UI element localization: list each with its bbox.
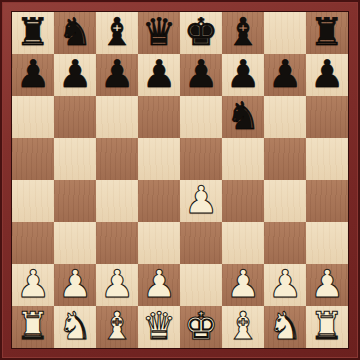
square-h6[interactable]: [306, 96, 348, 138]
piece-black-knight[interactable]: ♞: [58, 13, 92, 51]
square-c7[interactable]: ♟: [96, 54, 138, 96]
square-g4[interactable]: [264, 180, 306, 222]
square-a5[interactable]: [12, 138, 54, 180]
piece-black-pawn[interactable]: ♟: [310, 55, 344, 93]
piece-black-knight[interactable]: ♞: [226, 97, 260, 135]
square-e5[interactable]: [180, 138, 222, 180]
piece-white-pawn[interactable]: ♟: [310, 265, 344, 303]
piece-white-pawn[interactable]: ♟: [142, 265, 176, 303]
square-b4[interactable]: [54, 180, 96, 222]
square-h5[interactable]: [306, 138, 348, 180]
square-g7[interactable]: ♟: [264, 54, 306, 96]
square-c3[interactable]: [96, 222, 138, 264]
square-f6[interactable]: ♞: [222, 96, 264, 138]
square-c1[interactable]: ♝: [96, 306, 138, 348]
square-g8[interactable]: [264, 12, 306, 54]
square-b7[interactable]: ♟: [54, 54, 96, 96]
square-a4[interactable]: [12, 180, 54, 222]
square-b6[interactable]: [54, 96, 96, 138]
piece-white-bishop[interactable]: ♝: [100, 307, 134, 345]
square-h4[interactable]: [306, 180, 348, 222]
piece-white-pawn[interactable]: ♟: [16, 265, 50, 303]
square-h1[interactable]: ♜: [306, 306, 348, 348]
piece-white-pawn[interactable]: ♟: [58, 265, 92, 303]
square-g2[interactable]: ♟: [264, 264, 306, 306]
square-f5[interactable]: [222, 138, 264, 180]
square-e3[interactable]: [180, 222, 222, 264]
square-h2[interactable]: ♟: [306, 264, 348, 306]
square-g5[interactable]: [264, 138, 306, 180]
square-e4[interactable]: ♟: [180, 180, 222, 222]
square-d7[interactable]: ♟: [138, 54, 180, 96]
square-b1[interactable]: ♞: [54, 306, 96, 348]
square-c6[interactable]: [96, 96, 138, 138]
square-a3[interactable]: [12, 222, 54, 264]
piece-white-pawn[interactable]: ♟: [100, 265, 134, 303]
square-e1[interactable]: ♚: [180, 306, 222, 348]
piece-white-queen[interactable]: ♛: [142, 307, 176, 345]
piece-white-knight[interactable]: ♞: [58, 307, 92, 345]
square-c2[interactable]: ♟: [96, 264, 138, 306]
square-d8[interactable]: ♛: [138, 12, 180, 54]
square-c4[interactable]: [96, 180, 138, 222]
square-b3[interactable]: [54, 222, 96, 264]
piece-black-pawn[interactable]: ♟: [268, 55, 302, 93]
square-a2[interactable]: ♟: [12, 264, 54, 306]
piece-white-pawn[interactable]: ♟: [184, 181, 218, 219]
piece-black-bishop[interactable]: ♝: [100, 13, 134, 51]
square-g3[interactable]: [264, 222, 306, 264]
piece-black-pawn[interactable]: ♟: [58, 55, 92, 93]
piece-black-bishop[interactable]: ♝: [226, 13, 260, 51]
piece-white-king[interactable]: ♚: [184, 307, 218, 345]
square-a6[interactable]: [12, 96, 54, 138]
square-c5[interactable]: [96, 138, 138, 180]
square-e8[interactable]: ♚: [180, 12, 222, 54]
square-a1[interactable]: ♜: [12, 306, 54, 348]
square-g1[interactable]: ♞: [264, 306, 306, 348]
piece-black-pawn[interactable]: ♟: [100, 55, 134, 93]
square-d6[interactable]: [138, 96, 180, 138]
piece-white-rook[interactable]: ♜: [16, 307, 50, 345]
piece-black-queen[interactable]: ♛: [142, 13, 176, 51]
board-frame: ♜♞♝♛♚♝♜♟♟♟♟♟♟♟♟♞♟♟♟♟♟♟♟♟♜♞♝♛♚♝♞♜: [0, 0, 360, 360]
square-f2[interactable]: ♟: [222, 264, 264, 306]
piece-white-rook[interactable]: ♜: [310, 307, 344, 345]
piece-black-pawn[interactable]: ♟: [142, 55, 176, 93]
piece-black-king[interactable]: ♚: [184, 13, 218, 51]
chess-board: ♜♞♝♛♚♝♜♟♟♟♟♟♟♟♟♞♟♟♟♟♟♟♟♟♜♞♝♛♚♝♞♜: [12, 12, 348, 348]
square-d2[interactable]: ♟: [138, 264, 180, 306]
square-a7[interactable]: ♟: [12, 54, 54, 96]
piece-white-pawn[interactable]: ♟: [226, 265, 260, 303]
square-d4[interactable]: [138, 180, 180, 222]
piece-black-pawn[interactable]: ♟: [184, 55, 218, 93]
square-g6[interactable]: [264, 96, 306, 138]
square-b2[interactable]: ♟: [54, 264, 96, 306]
piece-white-bishop[interactable]: ♝: [226, 307, 260, 345]
square-e7[interactable]: ♟: [180, 54, 222, 96]
square-f1[interactable]: ♝: [222, 306, 264, 348]
piece-black-pawn[interactable]: ♟: [16, 55, 50, 93]
piece-black-pawn[interactable]: ♟: [226, 55, 260, 93]
square-b8[interactable]: ♞: [54, 12, 96, 54]
square-h8[interactable]: ♜: [306, 12, 348, 54]
square-e6[interactable]: [180, 96, 222, 138]
square-f3[interactable]: [222, 222, 264, 264]
piece-black-rook[interactable]: ♜: [16, 13, 50, 51]
piece-white-knight[interactable]: ♞: [268, 307, 302, 345]
square-h7[interactable]: ♟: [306, 54, 348, 96]
square-f7[interactable]: ♟: [222, 54, 264, 96]
piece-black-rook[interactable]: ♜: [310, 13, 344, 51]
square-h3[interactable]: [306, 222, 348, 264]
square-f8[interactable]: ♝: [222, 12, 264, 54]
square-e2[interactable]: [180, 264, 222, 306]
square-d1[interactable]: ♛: [138, 306, 180, 348]
square-d5[interactable]: [138, 138, 180, 180]
square-d3[interactable]: [138, 222, 180, 264]
piece-white-pawn[interactable]: ♟: [268, 265, 302, 303]
square-f4[interactable]: [222, 180, 264, 222]
square-c8[interactable]: ♝: [96, 12, 138, 54]
square-b5[interactable]: [54, 138, 96, 180]
square-a8[interactable]: ♜: [12, 12, 54, 54]
